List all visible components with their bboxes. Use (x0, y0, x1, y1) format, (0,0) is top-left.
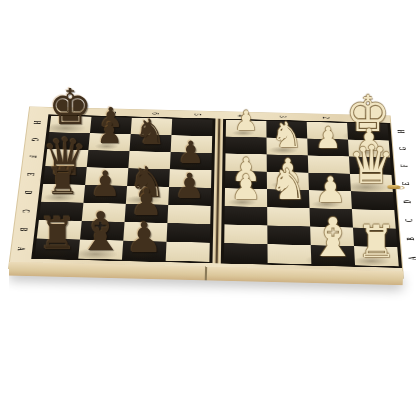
black-knight-g6[interactable]: ♞ (135, 114, 167, 150)
white-knight-g3[interactable]: ♞ (271, 118, 303, 153)
left-label-b: B (12, 219, 36, 238)
black-pawn-g7[interactable]: ♟ (96, 119, 122, 148)
left-label-c: C (14, 201, 38, 220)
near-label-6: 6 (123, 261, 170, 274)
right-label-f: F (393, 156, 415, 174)
near-label-3: 3 (263, 264, 310, 277)
white-rook-a1[interactable]: ♜ (356, 220, 396, 265)
black-bishop-a7[interactable]: ♝ (77, 205, 125, 258)
black-king-h8[interactable]: ♚ (48, 83, 92, 132)
white-pawn-h4[interactable]: ♟ (234, 108, 258, 135)
left-label-a: A (9, 238, 33, 258)
black-pawn-a6[interactable]: ♟ (126, 217, 163, 259)
right-label-a: A (400, 248, 416, 268)
near-label-4: 4 (216, 263, 263, 276)
right-label-g: G (392, 139, 414, 157)
square-c3[interactable] (267, 207, 310, 226)
right-label-d: D (396, 192, 416, 211)
black-pawn-f5[interactable]: ♟ (177, 137, 205, 168)
left-label-d: D (17, 183, 40, 202)
square-c4[interactable] (224, 206, 267, 225)
black-pawn-d7[interactable]: ♟ (89, 166, 121, 201)
right-label-e: E (394, 174, 416, 192)
white-queen-e1[interactable]: ♛ (348, 139, 395, 191)
near-label-8: 8 (30, 258, 78, 271)
white-pawn-g2[interactable]: ♟ (315, 125, 341, 154)
white-pawn-d4[interactable]: ♟ (230, 170, 261, 205)
right-label-c: C (397, 210, 416, 229)
square-a5[interactable] (166, 241, 210, 261)
square-a4[interactable] (224, 243, 268, 263)
near-label-1: 1 (356, 266, 403, 279)
square-c5[interactable] (167, 204, 210, 223)
square-b5[interactable] (167, 223, 211, 243)
square-b4[interactable] (224, 224, 267, 244)
near-label-5: 5 (170, 262, 217, 275)
right-label-b: B (399, 229, 416, 249)
black-rook-a8[interactable]: ♜ (37, 212, 77, 257)
square-b3[interactable] (267, 225, 310, 245)
square-a3[interactable] (267, 244, 311, 264)
white-knight-d3[interactable]: ♞ (269, 164, 307, 206)
white-pawn-d2[interactable]: ♟ (315, 172, 347, 207)
left-label-e: E (19, 165, 42, 183)
black-pawn-d5[interactable]: ♟ (174, 169, 205, 204)
chess-set-photo: 87654321 87654321 HGFEDCBA HGFEDCBA ♚♟♟♚… (0, 0, 416, 416)
black-rook-d8[interactable]: ♜ (46, 163, 80, 200)
white-bishop-a2[interactable]: ♝ (309, 211, 357, 264)
